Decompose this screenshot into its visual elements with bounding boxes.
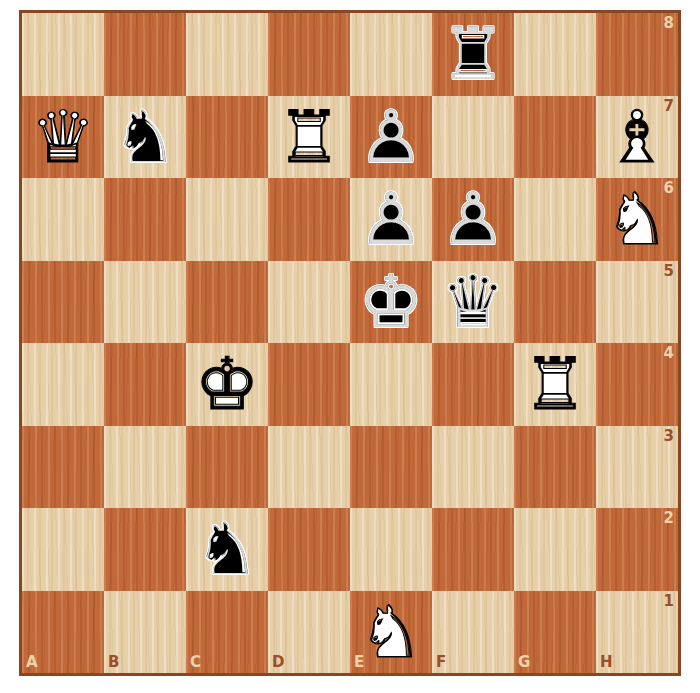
square-e2[interactable] xyxy=(350,508,432,591)
square-g3[interactable] xyxy=(514,426,596,509)
white-king[interactable]: ♚♔ xyxy=(186,343,268,426)
square-e6[interactable]: ♟♙ xyxy=(350,178,432,261)
file-label-h: H xyxy=(600,655,613,670)
rank-label-4: 4 xyxy=(664,346,674,361)
square-c7[interactable] xyxy=(186,96,268,179)
square-f6[interactable]: ♟♙ xyxy=(432,178,514,261)
square-h1[interactable]: 1H xyxy=(596,591,678,674)
square-g5[interactable] xyxy=(514,261,596,344)
square-b7[interactable]: ♞♘ xyxy=(104,96,186,179)
pawn-glyph-outline: ♙ xyxy=(350,96,432,179)
square-e4[interactable] xyxy=(350,343,432,426)
black-knight[interactable]: ♞♘ xyxy=(186,508,268,591)
white-knight[interactable]: ♞♘ xyxy=(350,591,432,674)
rank-label-3: 3 xyxy=(664,429,674,444)
square-c4[interactable]: ♚♔ xyxy=(186,343,268,426)
square-e1[interactable]: E♞♘ xyxy=(350,591,432,674)
rook-glyph-outline: ♖ xyxy=(514,343,596,426)
rook-glyph-outline: ♖ xyxy=(268,96,350,179)
square-d7[interactable]: ♜♖ xyxy=(268,96,350,179)
black-queen[interactable]: ♛♕ xyxy=(432,261,514,344)
rank-label-5: 5 xyxy=(664,264,674,279)
page: ♜♖8♛♕♞♘♜♖♟♙7♝♗♟♙♟♙6♞♘♚♔♛♕5♚♔♜♖43♞♘2ABCDE… xyxy=(0,0,700,693)
white-rook[interactable]: ♜♖ xyxy=(514,343,596,426)
square-h8[interactable]: 8 xyxy=(596,13,678,96)
file-label-c: C xyxy=(190,655,201,670)
square-d3[interactable] xyxy=(268,426,350,509)
square-f2[interactable] xyxy=(432,508,514,591)
square-e5[interactable]: ♚♔ xyxy=(350,261,432,344)
square-g1[interactable]: G xyxy=(514,591,596,674)
square-f5[interactable]: ♛♕ xyxy=(432,261,514,344)
square-f4[interactable] xyxy=(432,343,514,426)
square-h2[interactable]: 2 xyxy=(596,508,678,591)
file-label-a: A xyxy=(26,655,38,670)
pawn-glyph-outline: ♙ xyxy=(350,178,432,261)
square-a2[interactable] xyxy=(22,508,104,591)
chess-board: ♜♖8♛♕♞♘♜♖♟♙7♝♗♟♙♟♙6♞♘♚♔♛♕5♚♔♜♖43♞♘2ABCDE… xyxy=(19,10,681,676)
square-d6[interactable] xyxy=(268,178,350,261)
square-f8[interactable]: ♜♖ xyxy=(432,13,514,96)
square-g6[interactable] xyxy=(514,178,596,261)
file-label-g: G xyxy=(518,655,530,670)
square-b3[interactable] xyxy=(104,426,186,509)
square-h6[interactable]: 6♞♘ xyxy=(596,178,678,261)
rank-label-2: 2 xyxy=(664,511,674,526)
knight-glyph-outline: ♘ xyxy=(596,178,678,261)
rank-label-8: 8 xyxy=(664,16,674,31)
knight-glyph-outline: ♘ xyxy=(104,96,186,179)
square-f3[interactable] xyxy=(432,426,514,509)
square-a5[interactable] xyxy=(22,261,104,344)
file-label-b: B xyxy=(108,655,119,670)
file-label-f: F xyxy=(436,655,446,670)
square-h7[interactable]: 7♝♗ xyxy=(596,96,678,179)
square-d2[interactable] xyxy=(268,508,350,591)
square-h3[interactable]: 3 xyxy=(596,426,678,509)
square-a7[interactable]: ♛♕ xyxy=(22,96,104,179)
square-a6[interactable] xyxy=(22,178,104,261)
square-b8[interactable] xyxy=(104,13,186,96)
square-g8[interactable] xyxy=(514,13,596,96)
square-b6[interactable] xyxy=(104,178,186,261)
queen-glyph-outline: ♕ xyxy=(432,261,514,344)
square-d5[interactable] xyxy=(268,261,350,344)
square-d4[interactable] xyxy=(268,343,350,426)
black-rook[interactable]: ♜♖ xyxy=(432,13,514,96)
square-b1[interactable]: B xyxy=(104,591,186,674)
bishop-glyph-outline: ♗ xyxy=(596,96,678,179)
square-h5[interactable]: 5 xyxy=(596,261,678,344)
pawn-glyph-outline: ♙ xyxy=(432,178,514,261)
square-a3[interactable] xyxy=(22,426,104,509)
square-a1[interactable]: A xyxy=(22,591,104,674)
rook-glyph-outline: ♖ xyxy=(432,13,514,96)
square-g4[interactable]: ♜♖ xyxy=(514,343,596,426)
square-c3[interactable] xyxy=(186,426,268,509)
square-d8[interactable] xyxy=(268,13,350,96)
king-glyph-outline: ♔ xyxy=(186,343,268,426)
square-c2[interactable]: ♞♘ xyxy=(186,508,268,591)
square-g7[interactable] xyxy=(514,96,596,179)
white-knight[interactable]: ♞♘ xyxy=(596,178,678,261)
king-glyph-outline: ♔ xyxy=(350,261,432,344)
black-pawn[interactable]: ♟♙ xyxy=(432,178,514,261)
rank-label-1: 1 xyxy=(664,594,674,609)
white-bishop[interactable]: ♝♗ xyxy=(596,96,678,179)
queen-glyph-outline: ♕ xyxy=(22,96,104,179)
black-pawn[interactable]: ♟♙ xyxy=(350,178,432,261)
square-f1[interactable]: F xyxy=(432,591,514,674)
square-c5[interactable] xyxy=(186,261,268,344)
black-knight[interactable]: ♞♘ xyxy=(104,96,186,179)
square-g2[interactable] xyxy=(514,508,596,591)
square-a8[interactable] xyxy=(22,13,104,96)
square-f7[interactable] xyxy=(432,96,514,179)
square-b5[interactable] xyxy=(104,261,186,344)
knight-glyph-outline: ♘ xyxy=(350,591,432,674)
square-c6[interactable] xyxy=(186,178,268,261)
square-a4[interactable] xyxy=(22,343,104,426)
square-b4[interactable] xyxy=(104,343,186,426)
square-c1[interactable]: C xyxy=(186,591,268,674)
square-b2[interactable] xyxy=(104,508,186,591)
knight-glyph-outline: ♘ xyxy=(186,508,268,591)
square-e8[interactable] xyxy=(350,13,432,96)
square-c8[interactable] xyxy=(186,13,268,96)
square-h4[interactable]: 4 xyxy=(596,343,678,426)
square-d1[interactable]: D xyxy=(268,591,350,674)
square-e3[interactable] xyxy=(350,426,432,509)
white-rook[interactable]: ♜♖ xyxy=(268,96,350,179)
black-king[interactable]: ♚♔ xyxy=(350,261,432,344)
white-queen[interactable]: ♛♕ xyxy=(22,96,104,179)
board-grid: ♜♖8♛♕♞♘♜♖♟♙7♝♗♟♙♟♙6♞♘♚♔♛♕5♚♔♜♖43♞♘2ABCDE… xyxy=(22,13,678,673)
black-pawn[interactable]: ♟♙ xyxy=(350,96,432,179)
file-label-d: D xyxy=(272,655,284,670)
square-e7[interactable]: ♟♙ xyxy=(350,96,432,179)
